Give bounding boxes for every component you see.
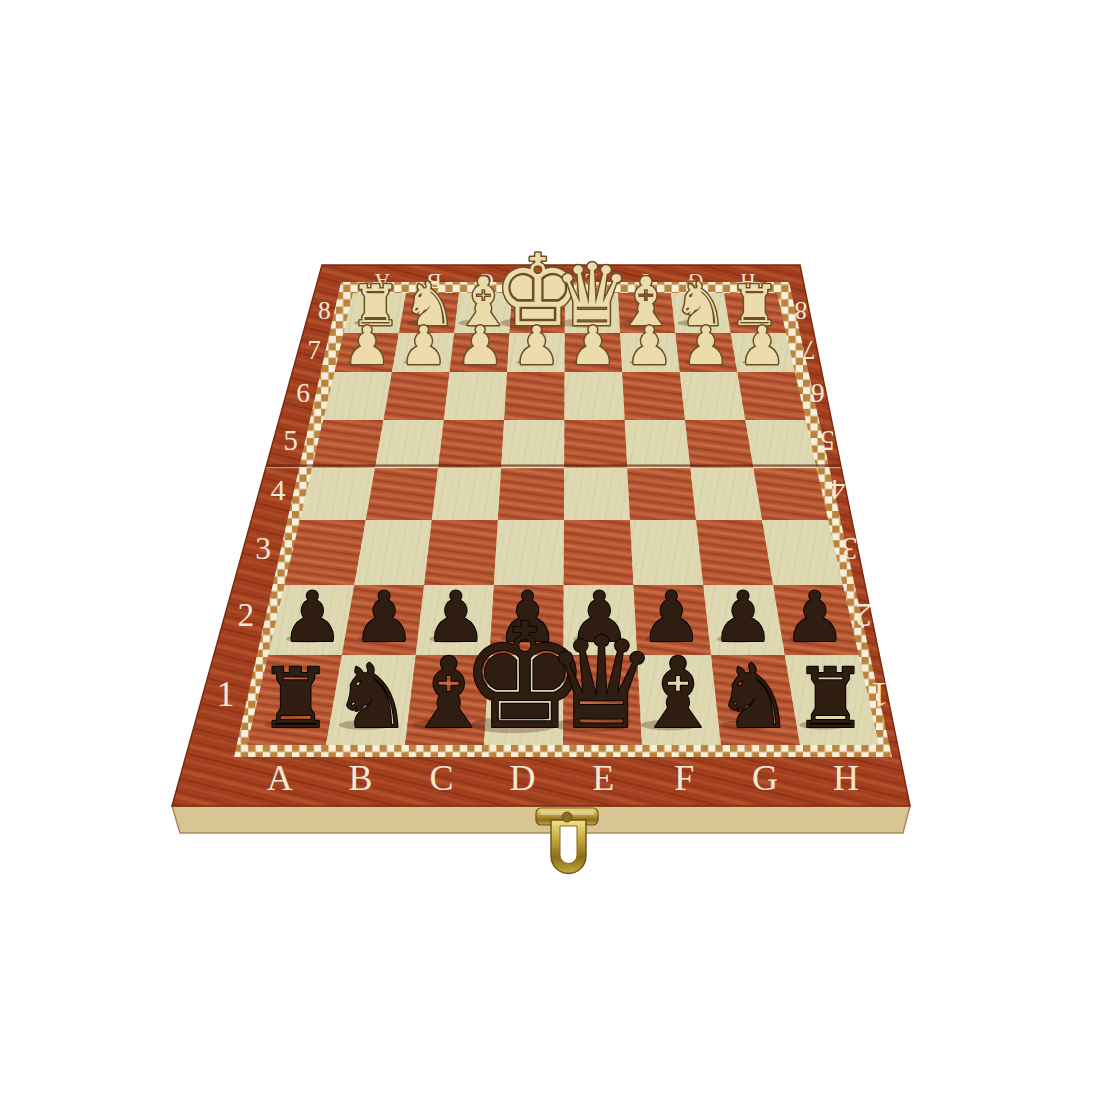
square-e5[interactable] (564, 420, 627, 468)
piece-white-pawn-c7[interactable]: ♟ (456, 315, 503, 376)
fold-seam-highlight (266, 467, 841, 468)
file-label-bottom-h: H (833, 758, 859, 798)
file-label-bottom-d: D (509, 758, 535, 798)
piece-white-pawn-b7[interactable]: ♟ (400, 315, 447, 376)
piece-white-pawn-h7[interactable]: ♟ (739, 315, 786, 376)
piece-white-pawn-a7[interactable]: ♟ (344, 315, 391, 376)
clasp (536, 808, 598, 874)
rank-label-left-4: 4 (271, 473, 286, 507)
square-c6[interactable] (444, 372, 507, 420)
square-c3[interactable] (424, 520, 498, 585)
square-d5[interactable] (501, 420, 564, 468)
file-label-bottom-a: A (267, 758, 293, 798)
file-label-bottom-b: B (349, 758, 373, 798)
rank-label-left-7: 7 (308, 335, 321, 365)
rank-label-left-2: 2 (238, 596, 255, 633)
clasp-loop-hole (560, 826, 577, 864)
square-h4[interactable] (753, 468, 828, 520)
rank-label-right-4: 4 (830, 473, 845, 507)
rank-label-right-1: 1 (871, 675, 889, 715)
square-d6[interactable] (504, 372, 565, 420)
square-g3[interactable] (696, 520, 773, 585)
square-f3[interactable] (630, 520, 703, 585)
piece-white-pawn-d7[interactable]: ♟ (513, 315, 560, 376)
square-a5[interactable] (312, 420, 384, 468)
square-f5[interactable] (625, 420, 691, 468)
square-e4[interactable] (564, 468, 630, 520)
rank-label-right-5: 5 (820, 425, 834, 457)
piece-white-pawn-e7[interactable]: ♟ (569, 315, 616, 376)
piece-black-rook-a1[interactable]: ♜ (259, 650, 333, 746)
piece-black-knight-b1[interactable]: ♞ (333, 645, 412, 748)
square-e3[interactable] (564, 520, 634, 585)
square-g6[interactable] (680, 372, 746, 420)
square-g4[interactable] (690, 468, 762, 520)
square-g5[interactable] (685, 420, 753, 468)
square-a4[interactable] (300, 468, 375, 520)
rank-label-left-1: 1 (217, 674, 235, 714)
file-label-bottom-c: C (429, 758, 453, 798)
piece-black-bishop-f1[interactable]: ♝ (634, 636, 722, 750)
square-f6[interactable] (622, 372, 685, 420)
rank-label-right-6: 6 (811, 378, 825, 409)
rank-label-left-3: 3 (255, 531, 271, 566)
square-c5[interactable] (438, 420, 504, 468)
rank-label-left-8: 8 (318, 296, 331, 324)
chessboard: ABCDEFGHABCDEFGH8877665544332211♜♞♝♚♛♝♞♜… (0, 0, 1120, 1120)
square-b6[interactable] (384, 372, 450, 420)
file-label-bottom-g: G (752, 758, 778, 798)
rank-label-right-2: 2 (855, 597, 872, 634)
rank-label-right-8: 8 (795, 297, 808, 325)
piece-black-knight-g1[interactable]: ♞ (715, 645, 794, 748)
rank-label-right-7: 7 (802, 335, 815, 365)
square-d3[interactable] (494, 520, 564, 585)
rank-label-left-6: 6 (296, 377, 310, 408)
square-a6[interactable] (323, 372, 392, 420)
square-b5[interactable] (375, 420, 444, 468)
square-c4[interactable] (432, 468, 501, 520)
file-label-bottom-f: F (674, 758, 694, 798)
square-b4[interactable] (366, 468, 438, 520)
piece-white-pawn-g7[interactable]: ♟ (682, 315, 729, 376)
square-d4[interactable] (498, 468, 564, 520)
piece-black-rook-h1[interactable]: ♜ (794, 650, 868, 746)
square-h6[interactable] (737, 372, 805, 420)
product-photo-stage: ABCDEFGHABCDEFGH8877665544332211♜♞♝♚♛♝♞♜… (0, 0, 1120, 1120)
clasp-catch (562, 812, 572, 822)
fold-seam (266, 464, 841, 466)
file-label-bottom-e: E (592, 758, 614, 798)
square-f4[interactable] (627, 468, 696, 520)
square-b3[interactable] (354, 520, 432, 585)
square-h5[interactable] (745, 420, 816, 468)
piece-white-pawn-f7[interactable]: ♟ (626, 315, 673, 376)
rank-label-left-5: 5 (284, 424, 298, 456)
rank-label-right-3: 3 (842, 531, 858, 566)
square-e6[interactable] (564, 372, 624, 420)
